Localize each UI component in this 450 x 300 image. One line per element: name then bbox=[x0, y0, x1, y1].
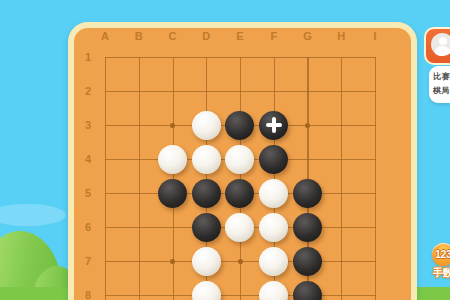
board-cell-F7 bbox=[257, 244, 291, 278]
board-cell-E4 bbox=[223, 142, 257, 176]
cloud bbox=[0, 204, 66, 226]
board-cell-E6 bbox=[223, 210, 257, 244]
black-stone bbox=[259, 111, 288, 140]
board-cell-D4 bbox=[189, 142, 223, 176]
board-cell-E5 bbox=[223, 176, 257, 210]
white-stone bbox=[225, 145, 254, 174]
white-stone bbox=[225, 213, 254, 242]
status-bubble-line-2: 棋局结 bbox=[433, 84, 450, 98]
white-stone bbox=[259, 179, 288, 208]
board-cell-D3 bbox=[189, 108, 223, 142]
avatar-person-icon-body bbox=[435, 46, 450, 56]
white-stone bbox=[192, 281, 221, 300]
move-counter-value: 123 bbox=[435, 249, 450, 260]
black-stone bbox=[293, 247, 322, 276]
black-stone bbox=[293, 281, 322, 300]
white-stone bbox=[192, 145, 221, 174]
white-stone bbox=[259, 213, 288, 242]
move-counter-label: 手数 bbox=[422, 266, 450, 280]
black-stone bbox=[158, 179, 187, 208]
white-stone bbox=[192, 247, 221, 276]
avatar-person-icon bbox=[439, 37, 447, 45]
black-stone bbox=[225, 179, 254, 208]
white-stone bbox=[158, 145, 187, 174]
board-cell-C4 bbox=[156, 142, 190, 176]
game-screen: ABCDEFGHI123456789 比赛规 棋局结 123 手数 bbox=[0, 0, 450, 300]
board-cell-D8 bbox=[189, 278, 223, 300]
board-cell-F5 bbox=[257, 176, 291, 210]
player-card[interactable] bbox=[424, 27, 450, 65]
last-move-marker-icon bbox=[266, 117, 282, 133]
board-cell-G8 bbox=[291, 278, 325, 300]
black-stone bbox=[259, 145, 288, 174]
black-stone bbox=[225, 111, 254, 140]
black-stone bbox=[192, 179, 221, 208]
board-cell-E3 bbox=[223, 108, 257, 142]
black-stone bbox=[192, 213, 221, 242]
white-stone bbox=[192, 111, 221, 140]
avatar bbox=[431, 33, 450, 56]
board-cell-F8 bbox=[257, 278, 291, 300]
status-bubble: 比赛规 棋局结 bbox=[429, 66, 450, 103]
move-counter-coin: 123 bbox=[432, 243, 450, 266]
board-cell-G7 bbox=[291, 244, 325, 278]
board-intersections[interactable] bbox=[88, 40, 392, 300]
board-cell-D5 bbox=[189, 176, 223, 210]
board-cell-G6 bbox=[291, 210, 325, 244]
board-cell-F3 bbox=[257, 108, 291, 142]
black-stone bbox=[293, 179, 322, 208]
status-bubble-line-1: 比赛规 bbox=[433, 70, 450, 84]
board-cell-F4 bbox=[257, 142, 291, 176]
white-stone bbox=[259, 281, 288, 300]
black-stone bbox=[293, 213, 322, 242]
board-cell-G5 bbox=[291, 176, 325, 210]
board-cell-C5 bbox=[156, 176, 190, 210]
white-stone bbox=[259, 247, 288, 276]
board-cell-F6 bbox=[257, 210, 291, 244]
board-cell-D7 bbox=[189, 244, 223, 278]
board-cell-D6 bbox=[189, 210, 223, 244]
